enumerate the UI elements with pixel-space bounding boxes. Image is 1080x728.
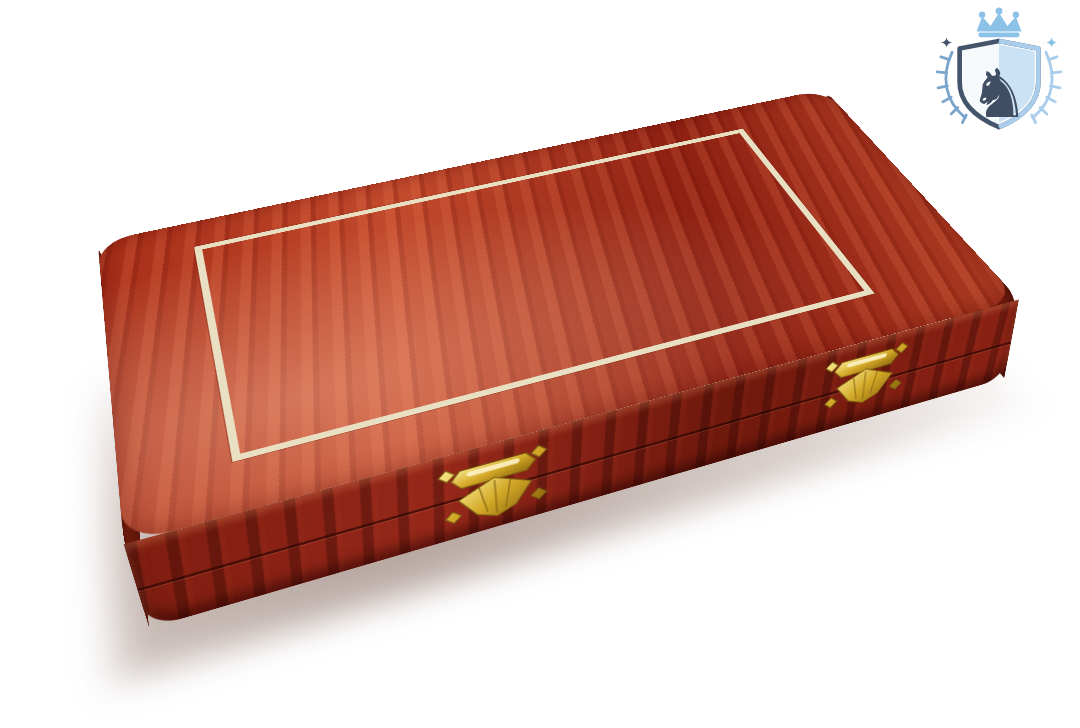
page: { "game": "chess", "product": { "descrip… bbox=[0, 0, 1080, 728]
board-top-face bbox=[98, 89, 1019, 544]
chess-box bbox=[119, 160, 1005, 628]
star-icon: ✦ bbox=[940, 34, 953, 51]
crown-icon bbox=[977, 8, 1022, 38]
brass-clasp-icon bbox=[818, 335, 913, 418]
logo-emblem-icon: ✦ ✦ ♞ bbox=[924, 4, 1074, 136]
brand-logo: ✦ ✦ ♞ bbox=[920, 4, 1078, 162]
star-icon: ✦ bbox=[1045, 34, 1058, 51]
knight-icon: ♞ bbox=[969, 54, 1030, 133]
product-photo-scene bbox=[0, 0, 1080, 728]
